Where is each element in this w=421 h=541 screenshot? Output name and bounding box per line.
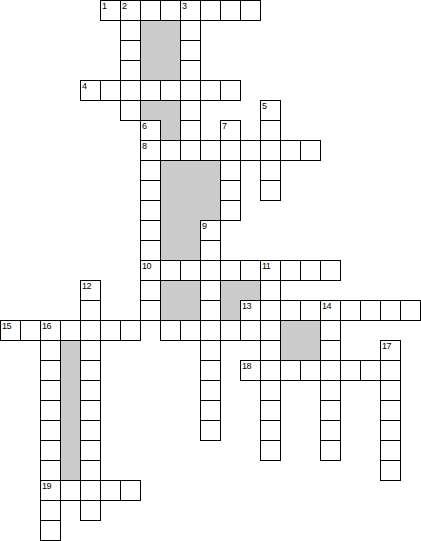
cell-r13-c12[interactable] [240, 260, 261, 281]
shaded-block [240, 280, 261, 301]
cell-r18-c16[interactable] [320, 360, 341, 381]
cell-r12-c7[interactable] [140, 240, 161, 261]
cell-r15-c13[interactable] [260, 300, 281, 321]
cell-r1-c6[interactable] [120, 20, 141, 41]
cell-r10-c7[interactable] [140, 200, 161, 221]
cell-r5-c9[interactable] [180, 100, 201, 121]
shaded-block [180, 300, 201, 321]
cell-r8-c11[interactable] [220, 160, 241, 181]
cell-r15-c14[interactable] [280, 300, 301, 321]
cell-r0-c7[interactable] [140, 0, 161, 21]
cell-r18-c15[interactable] [300, 360, 321, 381]
shaded-block [180, 240, 201, 261]
cell-r14-c10[interactable] [200, 280, 221, 301]
cell-r15-c12[interactable] [240, 300, 261, 321]
cell-r12-c10[interactable] [200, 240, 221, 261]
shaded-block [220, 280, 241, 301]
cell-r20-c10[interactable] [200, 400, 221, 421]
cell-r18-c14[interactable] [280, 360, 301, 381]
cell-r24-c6[interactable] [120, 480, 141, 501]
cell-r17-c2[interactable] [40, 340, 61, 361]
cell-r17-c19[interactable] [380, 340, 401, 361]
shaded-block [160, 40, 181, 61]
shaded-block [200, 180, 221, 201]
shaded-block [160, 160, 181, 181]
cell-r16-c0[interactable] [0, 320, 21, 341]
cell-r19-c10[interactable] [200, 380, 221, 401]
cell-r9-c13[interactable] [260, 180, 281, 201]
cell-r2-c9[interactable] [180, 40, 201, 61]
cell-r18-c12[interactable] [240, 360, 261, 381]
shaded-block [160, 20, 181, 41]
cell-r24-c3[interactable] [60, 480, 81, 501]
shaded-block [60, 400, 81, 421]
shaded-block [180, 220, 201, 241]
cell-r18-c18[interactable] [360, 360, 381, 381]
cell-r23-c2[interactable] [40, 460, 61, 481]
cell-r0-c11[interactable] [220, 0, 241, 21]
shaded-block [180, 160, 201, 181]
cell-r10-c11[interactable] [220, 200, 241, 221]
cell-r0-c12[interactable] [240, 0, 261, 21]
shaded-block [180, 180, 201, 201]
cell-r14-c7[interactable] [140, 280, 161, 301]
cell-r6-c9[interactable] [180, 120, 201, 141]
cell-r15-c16[interactable] [320, 300, 341, 321]
cell-r4-c11[interactable] [220, 80, 241, 101]
cell-r18-c2[interactable] [40, 360, 61, 381]
cell-r5-c13[interactable] [260, 100, 281, 121]
shaded-block [200, 160, 221, 181]
cell-r6-c13[interactable] [260, 120, 281, 141]
cell-r15-c7[interactable] [140, 300, 161, 321]
cell-r7-c12[interactable] [240, 140, 261, 161]
cell-r7-c15[interactable] [300, 140, 321, 161]
cell-r16-c5[interactable] [100, 320, 121, 341]
shaded-block [140, 20, 161, 41]
shaded-block [160, 120, 181, 141]
cell-r19-c2[interactable] [40, 380, 61, 401]
cell-r13-c11[interactable] [220, 260, 241, 281]
cell-r13-c7[interactable] [140, 260, 161, 281]
cell-r0-c10[interactable] [200, 0, 221, 21]
cell-r20-c16[interactable] [320, 400, 341, 421]
cell-r22-c16[interactable] [320, 440, 341, 461]
cell-r15-c19[interactable] [380, 300, 401, 321]
shaded-block [140, 40, 161, 61]
cell-r21-c16[interactable] [320, 420, 341, 441]
shaded-block [160, 280, 181, 301]
cell-r6-c7[interactable] [140, 120, 161, 141]
cell-r22-c2[interactable] [40, 440, 61, 461]
cell-r4-c10[interactable] [200, 80, 221, 101]
cell-r18-c4[interactable] [80, 360, 101, 381]
shaded-block [220, 300, 241, 321]
cell-r20-c13[interactable] [260, 400, 281, 421]
shaded-block [160, 200, 181, 221]
cell-r7-c13[interactable] [260, 140, 281, 161]
cell-r16-c1[interactable] [20, 320, 41, 341]
cell-r16-c10[interactable] [200, 320, 221, 341]
cell-r13-c8[interactable] [160, 260, 181, 281]
cell-r7-c11[interactable] [220, 140, 241, 161]
cell-r21-c19[interactable] [380, 420, 401, 441]
shaded-block [60, 340, 81, 361]
cell-r22-c13[interactable] [260, 440, 281, 461]
cell-r24-c2[interactable] [40, 480, 61, 501]
cell-r14-c4[interactable] [80, 280, 101, 301]
shaded-block [160, 100, 181, 121]
cell-r20-c2[interactable] [40, 400, 61, 421]
cell-r4-c4[interactable] [80, 80, 101, 101]
shaded-block [160, 220, 181, 241]
cell-r26-c2[interactable] [40, 520, 61, 541]
cell-r18-c10[interactable] [200, 360, 221, 381]
cell-r4-c5[interactable] [100, 80, 121, 101]
cell-r15-c4[interactable] [80, 300, 101, 321]
shaded-block [180, 200, 201, 221]
cell-r0-c9[interactable] [180, 0, 201, 21]
cell-r21-c13[interactable] [260, 420, 281, 441]
cell-r17-c10[interactable] [200, 340, 221, 361]
cell-r16-c4[interactable] [80, 320, 101, 341]
cell-r15-c10[interactable] [200, 300, 221, 321]
shaded-block [160, 300, 181, 321]
cell-r21-c4[interactable] [80, 420, 101, 441]
cell-r24-c4[interactable] [80, 480, 101, 501]
shaded-block [160, 60, 181, 81]
cell-r0-c5[interactable] [100, 0, 121, 21]
cell-r2-c6[interactable] [120, 40, 141, 61]
cell-r13-c16[interactable] [320, 260, 341, 281]
cell-r13-c13[interactable] [260, 260, 281, 281]
cell-r4-c6[interactable] [120, 80, 141, 101]
cell-r4-c9[interactable] [180, 80, 201, 101]
shaded-block [60, 460, 81, 481]
cell-r21-c2[interactable] [40, 420, 61, 441]
cell-r13-c10[interactable] [200, 260, 221, 281]
shaded-block [160, 240, 181, 261]
cell-r23-c19[interactable] [380, 460, 401, 481]
shaded-block [60, 360, 81, 381]
cell-r1-c9[interactable] [180, 20, 201, 41]
cell-r16-c9[interactable] [180, 320, 201, 341]
cell-r16-c12[interactable] [240, 320, 261, 341]
cell-r18-c13[interactable] [260, 360, 281, 381]
cell-r22-c19[interactable] [380, 440, 401, 461]
cell-r9-c11[interactable] [220, 180, 241, 201]
crossword-board: 12345678910111213141516171819 [0, 0, 421, 541]
cell-r19-c4[interactable] [80, 380, 101, 401]
cell-r3-c6[interactable] [120, 60, 141, 81]
cell-r17-c4[interactable] [80, 340, 101, 361]
cell-r6-c11[interactable] [220, 120, 241, 141]
shaded-block [160, 180, 181, 201]
shaded-block [140, 60, 161, 81]
cell-r17-c16[interactable] [320, 340, 341, 361]
cell-r25-c2[interactable] [40, 500, 61, 521]
cell-r7-c9[interactable] [180, 140, 201, 161]
shaded-block [200, 200, 221, 221]
cell-r16-c13[interactable] [260, 320, 281, 341]
cell-r7-c8[interactable] [160, 140, 181, 161]
cell-r23-c4[interactable] [80, 460, 101, 481]
shaded-block [180, 280, 201, 301]
cell-r9-c7[interactable] [140, 180, 161, 201]
cell-r4-c8[interactable] [160, 80, 181, 101]
cell-r11-c7[interactable] [140, 220, 161, 241]
cell-r14-c13[interactable] [260, 280, 281, 301]
cell-r16-c8[interactable] [160, 320, 181, 341]
cell-r19-c13[interactable] [260, 380, 281, 401]
shaded-block [60, 380, 81, 401]
shaded-block [300, 320, 321, 341]
cell-r19-c19[interactable] [380, 380, 401, 401]
cell-r22-c4[interactable] [80, 440, 101, 461]
cell-r16-c3[interactable] [60, 320, 81, 341]
cell-r21-c10[interactable] [200, 420, 221, 441]
cell-r17-c13[interactable] [260, 340, 281, 361]
cell-r25-c4[interactable] [80, 500, 101, 521]
cell-r18-c17[interactable] [340, 360, 361, 381]
cell-r13-c14[interactable] [280, 260, 301, 281]
cell-r15-c17[interactable] [340, 300, 361, 321]
cell-r16-c16[interactable] [320, 320, 341, 341]
cell-r3-c9[interactable] [180, 60, 201, 81]
cell-r16-c11[interactable] [220, 320, 241, 341]
cell-r13-c15[interactable] [300, 260, 321, 281]
cell-r24-c5[interactable] [100, 480, 121, 501]
cell-r20-c19[interactable] [380, 400, 401, 421]
cell-r4-c7[interactable] [140, 80, 161, 101]
cell-r7-c10[interactable] [200, 140, 221, 161]
cell-r20-c4[interactable] [80, 400, 101, 421]
cell-r15-c15[interactable] [300, 300, 321, 321]
shaded-block [140, 100, 161, 121]
shaded-block [60, 440, 81, 461]
shaded-block [60, 420, 81, 441]
cell-r7-c14[interactable] [280, 140, 301, 161]
cell-r19-c16[interactable] [320, 380, 341, 401]
cell-r0-c8[interactable] [160, 0, 181, 21]
shaded-block [280, 320, 301, 341]
cell-r13-c9[interactable] [180, 260, 201, 281]
cell-r16-c6[interactable] [120, 320, 141, 341]
cell-r8-c13[interactable] [260, 160, 281, 181]
cell-r15-c20[interactable] [400, 300, 421, 321]
cell-r5-c6[interactable] [120, 100, 141, 121]
cell-r0-c6[interactable] [120, 0, 141, 21]
shaded-block [300, 340, 321, 361]
cell-r15-c18[interactable] [360, 300, 381, 321]
cell-r16-c2[interactable] [40, 320, 61, 341]
shaded-block [280, 340, 301, 361]
cell-r11-c10[interactable] [200, 220, 221, 241]
cell-r8-c7[interactable] [140, 160, 161, 181]
cell-r18-c19[interactable] [380, 360, 401, 381]
cell-r7-c7[interactable] [140, 140, 161, 161]
